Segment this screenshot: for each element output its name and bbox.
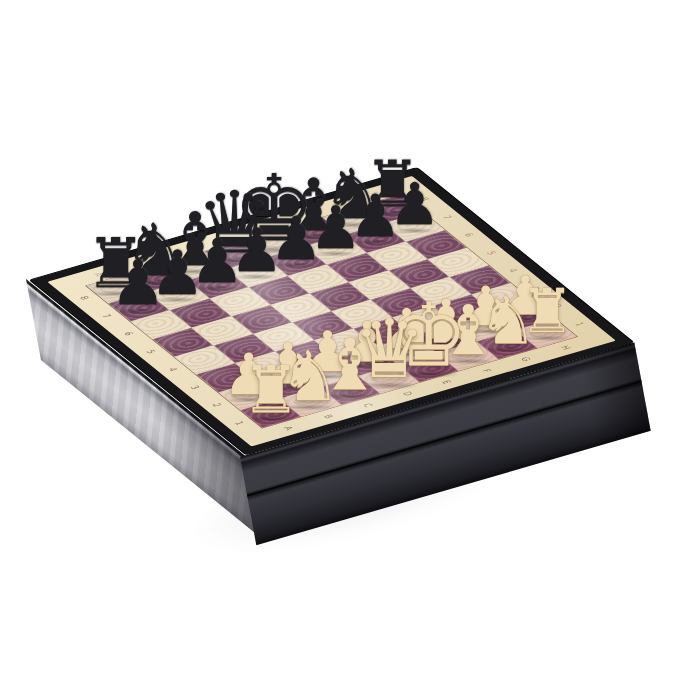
chess-set-product-photo: AABBCCDDEEFFGGHH8877665544332211 ♜♞♝♛♚♝♞… (0, 0, 700, 700)
